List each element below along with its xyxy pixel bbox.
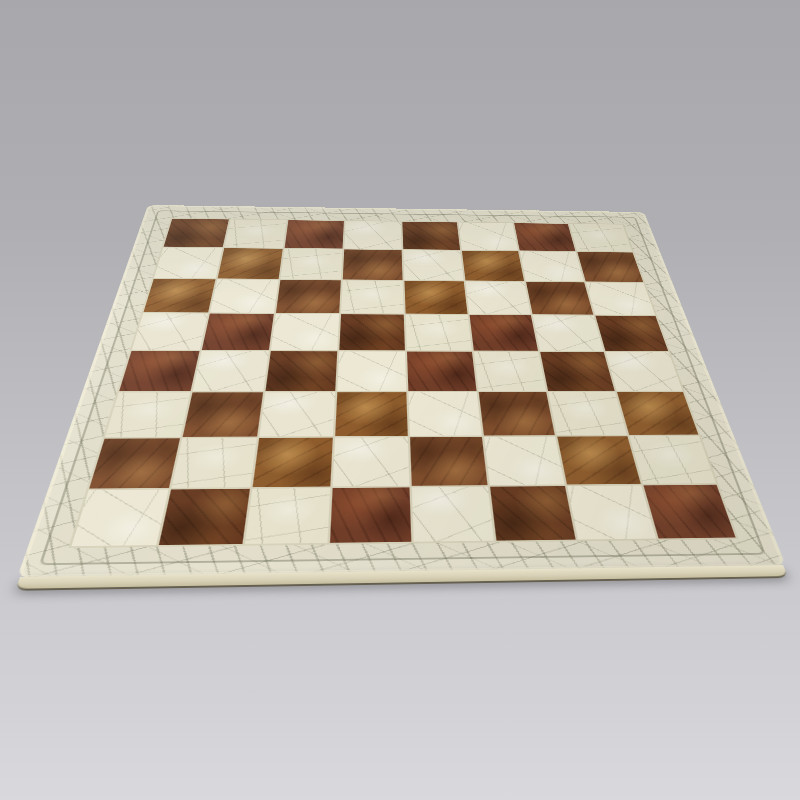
- square-e8[interactable]: [402, 222, 460, 250]
- square-f6[interactable]: [466, 281, 531, 314]
- square-f7[interactable]: [462, 251, 524, 281]
- square-e6[interactable]: [404, 281, 467, 314]
- square-a5[interactable]: [132, 313, 208, 350]
- square-c3[interactable]: [259, 392, 335, 436]
- square-h5[interactable]: [595, 316, 668, 351]
- square-c5[interactable]: [271, 314, 339, 350]
- square-c6[interactable]: [276, 280, 341, 313]
- square-e3[interactable]: [408, 392, 481, 436]
- square-e7[interactable]: [403, 250, 463, 280]
- square-d7[interactable]: [343, 249, 403, 280]
- square-a1[interactable]: [71, 489, 168, 546]
- square-f3[interactable]: [479, 392, 555, 435]
- square-c1[interactable]: [245, 488, 330, 544]
- board-border: [17, 205, 786, 578]
- square-e1[interactable]: [412, 487, 494, 542]
- square-h6[interactable]: [586, 282, 655, 315]
- square-d1[interactable]: [330, 487, 411, 542]
- square-d3[interactable]: [335, 392, 408, 436]
- square-f4[interactable]: [474, 352, 546, 391]
- square-h7[interactable]: [577, 252, 643, 282]
- square-f2[interactable]: [484, 437, 565, 486]
- square-b6[interactable]: [210, 279, 278, 312]
- square-h3[interactable]: [617, 392, 698, 435]
- square-b8[interactable]: [224, 219, 286, 247]
- square-a4[interactable]: [119, 351, 199, 391]
- square-b3[interactable]: [183, 392, 263, 437]
- square-d8[interactable]: [344, 221, 401, 249]
- square-g3[interactable]: [548, 392, 627, 435]
- square-a7[interactable]: [154, 247, 222, 278]
- square-c7[interactable]: [280, 249, 342, 280]
- square-d6[interactable]: [341, 280, 404, 313]
- square-c2[interactable]: [253, 438, 333, 488]
- square-c8[interactable]: [285, 220, 344, 248]
- square-e4[interactable]: [407, 352, 477, 391]
- board-squares: [71, 219, 735, 546]
- square-a6[interactable]: [144, 279, 216, 313]
- square-b7[interactable]: [218, 248, 283, 279]
- square-g6[interactable]: [526, 282, 593, 315]
- square-b2[interactable]: [171, 438, 256, 488]
- square-c4[interactable]: [265, 351, 337, 391]
- square-e5[interactable]: [406, 315, 472, 351]
- square-g7[interactable]: [520, 251, 584, 281]
- square-d2[interactable]: [333, 437, 410, 486]
- square-a2[interactable]: [89, 438, 180, 488]
- square-d5[interactable]: [339, 314, 405, 350]
- square-h1[interactable]: [643, 485, 735, 539]
- square-h4[interactable]: [606, 352, 683, 391]
- square-b4[interactable]: [193, 351, 269, 391]
- square-h2[interactable]: [630, 436, 716, 484]
- square-d4[interactable]: [337, 351, 406, 391]
- square-f8[interactable]: [459, 222, 518, 250]
- square-a8[interactable]: [164, 219, 229, 248]
- square-h8[interactable]: [569, 224, 632, 252]
- square-g4[interactable]: [540, 352, 614, 391]
- square-b5[interactable]: [202, 314, 274, 351]
- square-g2[interactable]: [557, 436, 641, 484]
- chessboard: [17, 205, 786, 578]
- square-a3[interactable]: [105, 392, 190, 437]
- square-g8[interactable]: [514, 223, 575, 251]
- square-b1[interactable]: [159, 489, 250, 545]
- studio-backdrop: [0, 0, 800, 800]
- square-f1[interactable]: [490, 486, 576, 541]
- square-f5[interactable]: [470, 315, 538, 351]
- square-g1[interactable]: [567, 485, 656, 539]
- square-e2[interactable]: [410, 437, 487, 486]
- square-g5[interactable]: [533, 315, 604, 351]
